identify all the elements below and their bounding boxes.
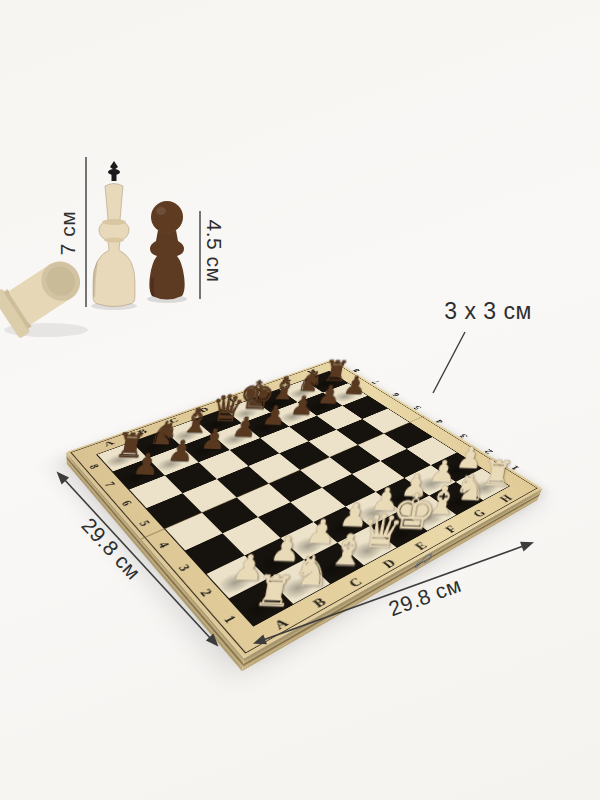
chess-board-assembly: ABCDEFGH ABCDEFGH 87654321 87654321 ♜♞♝♛…: [100, 295, 499, 645]
pawn-height-label: 4.5 см: [203, 215, 225, 287]
pawn-glyph: ♟: [120, 449, 172, 480]
fallen-rook-figure: [0, 246, 96, 342]
dark-pawn-figure: [142, 198, 192, 304]
white-king-figure: [88, 160, 140, 310]
king-height-label: 7 см: [57, 203, 79, 263]
rook-glyph: ♜: [241, 568, 307, 613]
chess-board: ABCDEFGH ABCDEFGH 87654321 87654321 ♜♞♝♛…: [66, 359, 542, 658]
king-finial: [110, 161, 118, 170]
